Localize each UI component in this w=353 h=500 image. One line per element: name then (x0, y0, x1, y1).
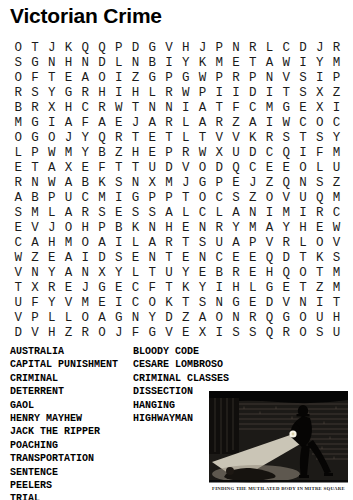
grid-cell-r17c11[interactable]: K (178, 281, 195, 296)
grid-cell-r18c5[interactable]: M (77, 296, 94, 311)
grid-cell-r14c16[interactable]: V (261, 236, 278, 251)
grid-cell-r6c5[interactable]: F (77, 115, 94, 130)
grid-cell-r8c16[interactable]: C (261, 145, 278, 160)
grid-cell-r6c6[interactable]: A (94, 115, 111, 130)
grid-cell-r18c4[interactable]: V (60, 296, 77, 311)
grid-cell-r6c12[interactable]: A (194, 115, 211, 130)
grid-cell-r18c13[interactable]: N (211, 296, 228, 311)
grid-cell-r8c5[interactable]: Y (77, 145, 94, 160)
grid-cell-r1c19[interactable]: J (312, 40, 329, 55)
grid-cell-r17c8[interactable]: C (127, 281, 144, 296)
grid-cell-r14c10[interactable]: R (161, 236, 178, 251)
grid-cell-r13c3[interactable]: J (44, 221, 61, 236)
grid-cell-r1c1[interactable]: O (10, 40, 27, 55)
grid-cell-r2c2[interactable]: G (27, 55, 44, 70)
grid-cell-r10c4[interactable]: A (60, 175, 77, 190)
grid-cell-r7c16[interactable]: R (261, 130, 278, 145)
grid-cell-r13c1[interactable]: E (10, 221, 27, 236)
grid-cell-r12c12[interactable]: C (194, 206, 211, 221)
grid-cell-r6c8[interactable]: J (127, 115, 144, 130)
grid-cell-r1c8[interactable]: D (127, 40, 144, 55)
grid-cell-r18c6[interactable]: E (94, 296, 111, 311)
grid-cell-r12c4[interactable]: A (60, 206, 77, 221)
grid-cell-r13c2[interactable]: V (27, 221, 44, 236)
grid-cell-r7c15[interactable]: K (245, 130, 262, 145)
grid-cell-r3c1[interactable]: O (10, 70, 27, 85)
grid-cell-r4c5[interactable]: R (77, 85, 94, 100)
grid-cell-r17c7[interactable]: E (111, 281, 128, 296)
grid-cell-r17c18[interactable]: T (295, 281, 312, 296)
grid-cell-r18c11[interactable]: T (178, 296, 195, 311)
grid-cell-r5c12[interactable]: A (194, 100, 211, 115)
grid-cell-r9c1[interactable]: E (10, 160, 27, 175)
grid-cell-r3c17[interactable]: V (278, 70, 295, 85)
grid-cell-r9c2[interactable]: T (27, 160, 44, 175)
grid-cell-r11c11[interactable]: T (178, 190, 195, 205)
grid-cell-r9c8[interactable]: T (127, 160, 144, 175)
grid-cell-r7c20[interactable]: Y (328, 130, 345, 145)
grid-cell-r5c10[interactable]: N (161, 100, 178, 115)
grid-cell-r4c16[interactable]: I (261, 85, 278, 100)
grid-cell-r7c14[interactable]: V (228, 130, 245, 145)
grid-cell-r4c7[interactable]: I (111, 85, 128, 100)
grid-cell-r1c5[interactable]: Q (77, 40, 94, 55)
grid-cell-r8c13[interactable]: X (211, 145, 228, 160)
grid-cell-r1c15[interactable]: R (245, 40, 262, 55)
grid-cell-r1c16[interactable]: L (261, 40, 278, 55)
grid-cell-r15c2[interactable]: Z (27, 251, 44, 266)
grid-cell-r9c13[interactable]: D (211, 160, 228, 175)
grid-cell-r8c4[interactable]: M (60, 145, 77, 160)
grid-cell-r11c6[interactable]: M (94, 190, 111, 205)
grid-cell-r16c19[interactable]: T (312, 266, 329, 281)
grid-cell-r13c4[interactable]: O (60, 221, 77, 236)
grid-cell-r9c9[interactable]: U (144, 160, 161, 175)
grid-cell-r10c6[interactable]: K (94, 175, 111, 190)
grid-cell-r16c10[interactable]: U (161, 266, 178, 281)
grid-cell-r18c3[interactable]: Y (44, 296, 61, 311)
grid-cell-r16c13[interactable]: B (211, 266, 228, 281)
grid-cell-r11c16[interactable]: O (261, 190, 278, 205)
grid-cell-r2c8[interactable]: N (127, 55, 144, 70)
grid-cell-r11c2[interactable]: B (27, 190, 44, 205)
grid-cell-r3c19[interactable]: I (312, 70, 329, 85)
grid-cell-r11c18[interactable]: U (295, 190, 312, 205)
grid-cell-r3c4[interactable]: E (60, 70, 77, 85)
grid-cell-r11c12[interactable]: O (194, 190, 211, 205)
grid-cell-r5c1[interactable]: B (10, 100, 27, 115)
grid-cell-r3c16[interactable]: N (261, 70, 278, 85)
grid-cell-r8c10[interactable]: P (161, 145, 178, 160)
grid-cell-r15c20[interactable]: S (328, 251, 345, 266)
grid-cell-r6c16[interactable]: I (261, 115, 278, 130)
grid-cell-r16c5[interactable]: N (77, 266, 94, 281)
grid-cell-r16c18[interactable]: O (295, 266, 312, 281)
grid-cell-r9c17[interactable]: E (278, 160, 295, 175)
grid-cell-r7c6[interactable]: Q (94, 130, 111, 145)
grid-cell-r2c12[interactable]: K (194, 55, 211, 70)
grid-cell-r1c7[interactable]: P (111, 40, 128, 55)
grid-cell-r17c15[interactable]: L (245, 281, 262, 296)
grid-cell-r20c1[interactable]: D (10, 326, 27, 341)
grid-cell-r3c10[interactable]: P (161, 70, 178, 85)
grid-cell-r6c3[interactable]: I (44, 115, 61, 130)
grid-cell-r2c10[interactable]: I (161, 55, 178, 70)
grid-cell-r6c15[interactable]: A (245, 115, 262, 130)
grid-cell-r15c17[interactable]: D (278, 251, 295, 266)
grid-cell-r16c9[interactable]: T (144, 266, 161, 281)
grid-cell-r16c4[interactable]: A (60, 266, 77, 281)
grid-cell-r19c5[interactable]: O (77, 311, 94, 326)
grid-cell-r18c9[interactable]: O (144, 296, 161, 311)
grid-cell-r15c5[interactable]: I (77, 251, 94, 266)
grid-cell-r15c13[interactable]: C (211, 251, 228, 266)
grid-cell-r6c1[interactable]: M (10, 115, 27, 130)
grid-cell-r4c3[interactable]: Y (44, 85, 61, 100)
grid-cell-r17c10[interactable]: T (161, 281, 178, 296)
grid-cell-r4c4[interactable]: G (60, 85, 77, 100)
grid-cell-r17c5[interactable]: J (77, 281, 94, 296)
grid-cell-r19c19[interactable]: U (312, 311, 329, 326)
grid-cell-r12c18[interactable]: I (295, 206, 312, 221)
grid-cell-r9c10[interactable]: D (161, 160, 178, 175)
grid-cell-r9c20[interactable]: U (328, 160, 345, 175)
grid-cell-r7c5[interactable]: Y (77, 130, 94, 145)
grid-cell-r2c7[interactable]: L (111, 55, 128, 70)
grid-cell-r20c20[interactable]: U (328, 326, 345, 341)
grid-cell-r9c14[interactable]: Q (228, 160, 245, 175)
grid-cell-r1c2[interactable]: T (27, 40, 44, 55)
grid-cell-r3c6[interactable]: O (94, 70, 111, 85)
grid-cell-r9c12[interactable]: O (194, 160, 211, 175)
grid-cell-r17c1[interactable]: T (10, 281, 27, 296)
grid-cell-r9c3[interactable]: A (44, 160, 61, 175)
grid-cell-r13c6[interactable]: P (94, 221, 111, 236)
grid-cell-r5c7[interactable]: W (111, 100, 128, 115)
grid-cell-r18c8[interactable]: C (127, 296, 144, 311)
grid-cell-r18c18[interactable]: N (295, 296, 312, 311)
grid-cell-r1c11[interactable]: H (178, 40, 195, 55)
grid-cell-r3c5[interactable]: A (77, 70, 94, 85)
grid-cell-r7c8[interactable]: T (127, 130, 144, 145)
grid-cell-r13c8[interactable]: K (127, 221, 144, 236)
grid-cell-r13c18[interactable]: H (295, 221, 312, 236)
grid-cell-r11c20[interactable]: M (328, 190, 345, 205)
grid-cell-r5c4[interactable]: H (60, 100, 77, 115)
grid-cell-r7c12[interactable]: T (194, 130, 211, 145)
grid-cell-r5c2[interactable]: R (27, 100, 44, 115)
grid-cell-r7c19[interactable]: S (312, 130, 329, 145)
grid-cell-r3c8[interactable]: Z (127, 70, 144, 85)
grid-cell-r18c12[interactable]: S (194, 296, 211, 311)
grid-cell-r12c5[interactable]: R (77, 206, 94, 221)
grid-cell-r8c15[interactable]: D (245, 145, 262, 160)
grid-cell-r17c17[interactable]: E (278, 281, 295, 296)
grid-cell-r19c7[interactable]: G (111, 311, 128, 326)
grid-cell-r14c4[interactable]: M (60, 236, 77, 251)
grid-cell-r10c18[interactable]: N (295, 175, 312, 190)
grid-cell-r10c10[interactable]: M (161, 175, 178, 190)
grid-cell-r3c2[interactable]: F (27, 70, 44, 85)
grid-cell-r10c2[interactable]: N (27, 175, 44, 190)
grid-cell-r8c14[interactable]: U (228, 145, 245, 160)
grid-cell-r20c12[interactable]: X (194, 326, 211, 341)
grid-cell-r16c17[interactable]: Q (278, 266, 295, 281)
grid-cell-r17c20[interactable]: M (328, 281, 345, 296)
grid-cell-r1c12[interactable]: J (194, 40, 211, 55)
grid-cell-r11c7[interactable]: I (111, 190, 128, 205)
grid-cell-r13c10[interactable]: H (161, 221, 178, 236)
grid-cell-r19c18[interactable]: O (295, 311, 312, 326)
grid-cell-r3c7[interactable]: I (111, 70, 128, 85)
grid-cell-r7c13[interactable]: V (211, 130, 228, 145)
grid-cell-r19c13[interactable]: O (211, 311, 228, 326)
grid-cell-r14c6[interactable]: A (94, 236, 111, 251)
grid-cell-r14c8[interactable]: L (127, 236, 144, 251)
grid-cell-r4c15[interactable]: D (245, 85, 262, 100)
grid-cell-r18c19[interactable]: I (312, 296, 329, 311)
grid-cell-r3c18[interactable]: S (295, 70, 312, 85)
grid-cell-r7c7[interactable]: R (111, 130, 128, 145)
grid-cell-r14c7[interactable]: I (111, 236, 128, 251)
grid-cell-r5c19[interactable]: X (312, 100, 329, 115)
grid-cell-r7c4[interactable]: J (60, 130, 77, 145)
grid-cell-r10c14[interactable]: E (228, 175, 245, 190)
grid-cell-r2c3[interactable]: N (44, 55, 61, 70)
grid-cell-r10c9[interactable]: X (144, 175, 161, 190)
grid-cell-r20c14[interactable]: S (228, 326, 245, 341)
grid-cell-r16c14[interactable]: R (228, 266, 245, 281)
grid-cell-r3c20[interactable]: P (328, 70, 345, 85)
grid-cell-r10c17[interactable]: Q (278, 175, 295, 190)
grid-cell-r15c9[interactable]: N (144, 251, 161, 266)
grid-cell-r10c8[interactable]: N (127, 175, 144, 190)
grid-cell-r2c1[interactable]: S (10, 55, 27, 70)
grid-cell-r14c3[interactable]: H (44, 236, 61, 251)
grid-cell-r20c13[interactable]: I (211, 326, 228, 341)
grid-cell-r4c9[interactable]: L (144, 85, 161, 100)
grid-cell-r1c17[interactable]: C (278, 40, 295, 55)
grid-cell-r8c8[interactable]: H (127, 145, 144, 160)
grid-cell-r11c19[interactable]: Q (312, 190, 329, 205)
grid-cell-r6c10[interactable]: R (161, 115, 178, 130)
grid-cell-r19c16[interactable]: Q (261, 311, 278, 326)
grid-cell-r20c7[interactable]: J (111, 326, 128, 341)
grid-cell-r9c19[interactable]: L (312, 160, 329, 175)
grid-cell-r20c17[interactable]: R (278, 326, 295, 341)
grid-cell-r16c3[interactable]: Y (44, 266, 61, 281)
grid-cell-r2c17[interactable]: W (278, 55, 295, 70)
grid-cell-r11c4[interactable]: U (60, 190, 77, 205)
grid-cell-r4c20[interactable]: Z (328, 85, 345, 100)
grid-cell-r2c9[interactable]: B (144, 55, 161, 70)
grid-cell-r14c14[interactable]: A (228, 236, 245, 251)
grid-cell-r13c16[interactable]: A (261, 221, 278, 236)
grid-cell-r13c11[interactable]: E (178, 221, 195, 236)
grid-cell-r16c16[interactable]: H (261, 266, 278, 281)
grid-cell-r8c11[interactable]: R (178, 145, 195, 160)
grid-cell-r9c16[interactable]: E (261, 160, 278, 175)
grid-cell-r12c8[interactable]: S (127, 206, 144, 221)
grid-cell-r1c18[interactable]: D (295, 40, 312, 55)
grid-cell-r1c10[interactable]: V (161, 40, 178, 55)
grid-cell-r4c12[interactable]: P (194, 85, 211, 100)
grid-cell-r5c18[interactable]: E (295, 100, 312, 115)
grid-cell-r10c13[interactable]: P (211, 175, 228, 190)
grid-cell-r11c17[interactable]: V (278, 190, 295, 205)
grid-cell-r15c11[interactable]: E (178, 251, 195, 266)
grid-cell-r11c13[interactable]: C (211, 190, 228, 205)
grid-cell-r11c3[interactable]: P (44, 190, 61, 205)
grid-cell-r14c19[interactable]: O (312, 236, 329, 251)
grid-cell-r20c19[interactable]: S (312, 326, 329, 341)
grid-cell-r11c14[interactable]: S (228, 190, 245, 205)
grid-cell-r12c15[interactable]: N (245, 206, 262, 221)
grid-cell-r19c6[interactable]: A (94, 311, 111, 326)
grid-cell-r13c17[interactable]: Y (278, 221, 295, 236)
grid-cell-r7c17[interactable]: S (278, 130, 295, 145)
grid-cell-r13c9[interactable]: N (144, 221, 161, 236)
grid-cell-r17c6[interactable]: G (94, 281, 111, 296)
grid-cell-r8c9[interactable]: E (144, 145, 161, 160)
grid-cell-r19c4[interactable]: L (60, 311, 77, 326)
grid-cell-r12c20[interactable]: C (328, 206, 345, 221)
grid-cell-r15c8[interactable]: E (127, 251, 144, 266)
grid-cell-r9c4[interactable]: X (60, 160, 77, 175)
grid-cell-r2c4[interactable]: H (60, 55, 77, 70)
grid-cell-r4c6[interactable]: H (94, 85, 111, 100)
grid-cell-r6c18[interactable]: C (295, 115, 312, 130)
grid-cell-r10c20[interactable]: Z (328, 175, 345, 190)
grid-cell-r14c11[interactable]: T (178, 236, 195, 251)
grid-cell-r19c15[interactable]: R (245, 311, 262, 326)
grid-cell-r20c15[interactable]: S (245, 326, 262, 341)
grid-cell-r1c9[interactable]: G (144, 40, 161, 55)
grid-cell-r12c3[interactable]: L (44, 206, 61, 221)
grid-cell-r19c20[interactable]: H (328, 311, 345, 326)
grid-cell-r17c16[interactable]: G (261, 281, 278, 296)
grid-cell-r4c14[interactable]: I (228, 85, 245, 100)
grid-cell-r14c20[interactable]: V (328, 236, 345, 251)
grid-cell-r10c15[interactable]: J (245, 175, 262, 190)
grid-cell-r3c12[interactable]: W (194, 70, 211, 85)
grid-cell-r7c9[interactable]: E (144, 130, 161, 145)
grid-cell-r3c9[interactable]: G (144, 70, 161, 85)
grid-cell-r5c3[interactable]: X (44, 100, 61, 115)
grid-cell-r3c13[interactable]: P (211, 70, 228, 85)
grid-cell-r18c16[interactable]: D (261, 296, 278, 311)
grid-cell-r10c1[interactable]: R (10, 175, 27, 190)
grid-cell-r17c14[interactable]: H (228, 281, 245, 296)
grid-cell-r19c9[interactable]: Y (144, 311, 161, 326)
grid-cell-r1c3[interactable]: J (44, 40, 61, 55)
grid-cell-r1c6[interactable]: Q (94, 40, 111, 55)
grid-cell-r15c3[interactable]: E (44, 251, 61, 266)
grid-cell-r13c12[interactable]: N (194, 221, 211, 236)
grid-cell-r20c2[interactable]: V (27, 326, 44, 341)
grid-cell-r5c13[interactable]: T (211, 100, 228, 115)
grid-cell-r13c20[interactable]: W (328, 221, 345, 236)
grid-cell-r9c11[interactable]: V (178, 160, 195, 175)
grid-cell-r12c10[interactable]: A (161, 206, 178, 221)
grid-cell-r18c17[interactable]: V (278, 296, 295, 311)
grid-cell-r14c15[interactable]: P (245, 236, 262, 251)
grid-cell-r17c13[interactable]: I (211, 281, 228, 296)
grid-cell-r1c13[interactable]: P (211, 40, 228, 55)
grid-cell-r8c20[interactable]: M (328, 145, 345, 160)
grid-cell-r14c2[interactable]: A (27, 236, 44, 251)
grid-cell-r5c14[interactable]: F (228, 100, 245, 115)
grid-cell-r10c5[interactable]: B (77, 175, 94, 190)
grid-cell-r19c11[interactable]: Z (178, 311, 195, 326)
grid-cell-r10c7[interactable]: S (111, 175, 128, 190)
grid-cell-r8c19[interactable]: F (312, 145, 329, 160)
grid-cell-r16c20[interactable]: M (328, 266, 345, 281)
grid-cell-r4c18[interactable]: S (295, 85, 312, 100)
grid-cell-r15c12[interactable]: N (194, 251, 211, 266)
grid-cell-r7c18[interactable]: T (295, 130, 312, 145)
grid-cell-r6c2[interactable]: G (27, 115, 44, 130)
grid-cell-r14c17[interactable]: R (278, 236, 295, 251)
grid-cell-r15c14[interactable]: E (228, 251, 245, 266)
grid-cell-r12c1[interactable]: S (10, 206, 27, 221)
grid-cell-r13c5[interactable]: H (77, 221, 94, 236)
grid-cell-r5c6[interactable]: R (94, 100, 111, 115)
grid-cell-r18c1[interactable]: U (10, 296, 27, 311)
grid-cell-r8c18[interactable]: I (295, 145, 312, 160)
grid-cell-r2c15[interactable]: T (245, 55, 262, 70)
grid-cell-r6c19[interactable]: O (312, 115, 329, 130)
grid-cell-r6c9[interactable]: A (144, 115, 161, 130)
grid-cell-r1c4[interactable]: K (60, 40, 77, 55)
grid-cell-r3c15[interactable]: P (245, 70, 262, 85)
grid-cell-r20c9[interactable]: G (144, 326, 161, 341)
grid-cell-r19c17[interactable]: G (278, 311, 295, 326)
grid-cell-r17c19[interactable]: Z (312, 281, 329, 296)
grid-cell-r14c12[interactable]: S (194, 236, 211, 251)
grid-cell-r10c19[interactable]: S (312, 175, 329, 190)
grid-cell-r5c8[interactable]: T (127, 100, 144, 115)
grid-cell-r16c12[interactable]: E (194, 266, 211, 281)
grid-cell-r5c15[interactable]: C (245, 100, 262, 115)
grid-cell-r13c14[interactable]: Y (228, 221, 245, 236)
grid-cell-r6c13[interactable]: R (211, 115, 228, 130)
grid-cell-r7c1[interactable]: O (10, 130, 27, 145)
grid-cell-r18c7[interactable]: I (111, 296, 128, 311)
grid-cell-r8c6[interactable]: B (94, 145, 111, 160)
grid-cell-r10c11[interactable]: J (178, 175, 195, 190)
grid-cell-r7c2[interactable]: G (27, 130, 44, 145)
grid-cell-r5c9[interactable]: N (144, 100, 161, 115)
grid-cell-r2c19[interactable]: Y (312, 55, 329, 70)
grid-cell-r12c7[interactable]: E (111, 206, 128, 221)
grid-cell-r6c14[interactable]: Z (228, 115, 245, 130)
grid-cell-r6c20[interactable]: C (328, 115, 345, 130)
grid-cell-r13c19[interactable]: E (312, 221, 329, 236)
grid-cell-r20c6[interactable]: O (94, 326, 111, 341)
grid-cell-r9c18[interactable]: O (295, 160, 312, 175)
grid-cell-r5c11[interactable]: I (178, 100, 195, 115)
grid-cell-r14c9[interactable]: A (144, 236, 161, 251)
grid-cell-r15c7[interactable]: S (111, 251, 128, 266)
grid-cell-r1c20[interactable]: R (328, 40, 345, 55)
grid-cell-r13c15[interactable]: M (245, 221, 262, 236)
grid-cell-r12c9[interactable]: S (144, 206, 161, 221)
grid-cell-r2c5[interactable]: N (77, 55, 94, 70)
grid-cell-r16c8[interactable]: L (127, 266, 144, 281)
grid-cell-r19c3[interactable]: L (44, 311, 61, 326)
grid-cell-r12c19[interactable]: R (312, 206, 329, 221)
